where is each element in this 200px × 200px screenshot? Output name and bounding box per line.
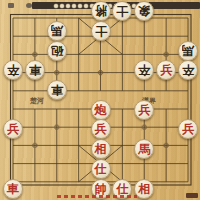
piece-red-soldier[interactable]: 兵	[156, 60, 176, 80]
piece-black-chariot[interactable]: 車	[25, 60, 45, 80]
piece-character: 馬	[138, 143, 150, 155]
piece-red-soldier[interactable]: 兵	[3, 119, 23, 139]
piece-black-horse[interactable]: 馬	[178, 41, 198, 61]
piece-black-advisor[interactable]: 士	[91, 21, 111, 41]
piece-character: 炮	[95, 104, 107, 116]
piece-red-chariot[interactable]: 車	[3, 179, 23, 199]
piece-character: 卒	[182, 64, 194, 76]
piece-character: 相	[138, 183, 150, 195]
piece-character: 馬	[51, 25, 63, 37]
frame-corner-chip	[186, 193, 198, 198]
piece-character: 兵	[182, 123, 194, 135]
frame-red-inscription	[57, 195, 137, 198]
piece-red-soldier[interactable]: 兵	[91, 119, 111, 139]
piece-character: 士	[116, 5, 128, 17]
piece-character: 兵	[138, 104, 150, 116]
piece-red-cannon[interactable]: 炮	[91, 100, 111, 120]
piece-red-advisor[interactable]: 仕	[91, 159, 111, 179]
piece-character: 兵	[160, 64, 172, 76]
piece-character: 相	[95, 143, 107, 155]
piece-red-soldier[interactable]: 兵	[178, 119, 198, 139]
xiangqi-board-photo: 楚河 漢界 將士象馬士砲馬卒車卒卒車兵炮兵兵兵兵相馬仕車帥仕相	[0, 0, 200, 200]
piece-red-elephant[interactable]: 相	[91, 139, 111, 159]
piece-character: 象	[138, 5, 150, 17]
piece-black-advisor[interactable]: 士	[112, 1, 132, 21]
piece-character: 仕	[95, 163, 107, 175]
piece-character: 卒	[7, 64, 19, 76]
piece-black-soldier[interactable]: 卒	[3, 60, 23, 80]
piece-black-chariot[interactable]: 車	[47, 80, 67, 100]
piece-red-elephant[interactable]: 相	[134, 179, 154, 199]
piece-black-horse[interactable]: 馬	[47, 21, 67, 41]
piece-character: 砲	[51, 45, 63, 57]
piece-character: 將	[95, 5, 107, 17]
piece-black-soldier[interactable]: 卒	[134, 60, 154, 80]
piece-black-general[interactable]: 將	[91, 1, 111, 21]
piece-character: 車	[29, 64, 41, 76]
piece-character: 士	[95, 25, 107, 37]
pieces-layer: 將士象馬士砲馬卒車卒卒車兵炮兵兵兵兵相馬仕車帥仕相	[0, 0, 200, 200]
piece-character: 帥	[95, 183, 107, 195]
piece-red-horse[interactable]: 馬	[134, 139, 154, 159]
piece-black-soldier[interactable]: 卒	[178, 60, 198, 80]
piece-character: 卒	[138, 64, 150, 76]
piece-character: 仕	[116, 183, 128, 195]
piece-character: 兵	[7, 123, 19, 135]
piece-character: 車	[51, 84, 63, 96]
piece-red-soldier[interactable]: 兵	[134, 100, 154, 120]
piece-black-cannon[interactable]: 砲	[47, 41, 67, 61]
piece-black-elephant[interactable]: 象	[134, 1, 154, 21]
piece-character: 兵	[95, 123, 107, 135]
piece-character: 馬	[182, 45, 194, 57]
piece-character: 車	[7, 183, 19, 195]
